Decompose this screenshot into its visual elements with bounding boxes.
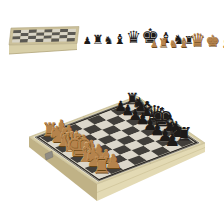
- wood-bishop-lineup: ♝: [178, 36, 190, 49]
- box-lid-square: [20, 39, 28, 42]
- box-lid-square: [44, 29, 52, 32]
- wood-queen-lineup: ♛: [189, 31, 205, 49]
- black-queen-lineup: ♛: [126, 29, 141, 46]
- box-lid-square: [36, 33, 44, 36]
- black-rook-lineup: ♜: [92, 33, 104, 46]
- wood-rook-lineup: ♜: [158, 37, 169, 49]
- box-lid-square: [52, 29, 60, 32]
- box-lid-square: [21, 33, 29, 36]
- box-lid-square: [12, 36, 20, 39]
- box-lid-square: [68, 29, 76, 32]
- box-lid-square: [12, 39, 20, 42]
- box-lid-square: [68, 32, 76, 35]
- black-bishop-lineup: ♝: [114, 32, 127, 46]
- box-lid-square: [28, 33, 36, 36]
- wooden-pieces-row: ♟♜♞♝♛♚♝♞♜: [150, 25, 219, 49]
- black-knight-lineup: ♞: [104, 35, 114, 46]
- box-lid-square: [52, 32, 60, 35]
- box-lid-square: [60, 32, 68, 35]
- black-pawn-lineup: ♟: [83, 36, 92, 46]
- box-lid-square: [28, 36, 36, 39]
- box-lid-square: [21, 30, 29, 33]
- box-lid-square: [52, 35, 60, 38]
- box-lid-square: [36, 36, 44, 39]
- box-lid-square: [44, 32, 52, 35]
- box-front-face: [9, 44, 77, 55]
- box-lid-square: [44, 36, 52, 39]
- box-lid-square: [13, 30, 21, 33]
- black-pieces-row: ♟♜♞♝♛♚♝♞♜: [83, 22, 146, 46]
- box-lid-square: [59, 38, 67, 41]
- box-lid-square: [51, 38, 59, 41]
- box-lid-square: [29, 30, 37, 33]
- box-lid-square: [60, 29, 68, 32]
- chess-set-product-photo: ♟♜♞♝♛♚♝♞♜ ♟♜♞♝♛♚♝♞♜ ♜♞♝♛♚♝♞♜♟♟♟♟♟♟♟♟♟♟♟♟…: [0, 0, 224, 224]
- wood-bishop-lineup: ♝: [220, 36, 224, 49]
- box-lid-square: [13, 33, 21, 36]
- wood-pawn-lineup: ♟: [150, 40, 158, 49]
- wood-knight-lineup: ♞: [169, 39, 178, 49]
- box-lid-square: [67, 35, 75, 38]
- box-lid-square: [59, 35, 67, 38]
- box-lid-square: [28, 39, 36, 42]
- wood-king-lineup: ♚: [206, 33, 220, 49]
- box-lid-square: [67, 38, 75, 41]
- box-lid-square: [43, 39, 51, 42]
- box-lid-square: [37, 30, 45, 33]
- box-lid-square: [36, 39, 44, 42]
- box-lid-square: [20, 36, 28, 39]
